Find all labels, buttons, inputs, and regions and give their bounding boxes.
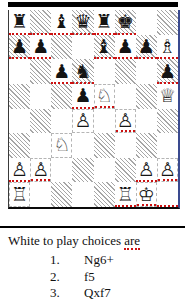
white-queen: ♕ (159, 84, 176, 106)
square-c7[interactable] (51, 35, 72, 60)
choice-1-number: 1. (50, 252, 84, 268)
square-c8[interactable]: ♝ (51, 10, 72, 35)
choice-2-number: 2. (50, 269, 84, 285)
choice-2-move: f5 (84, 269, 95, 284)
board-top-border (8, 2, 178, 7)
square-e8[interactable]: ♜ (94, 10, 115, 35)
choice-3-row: 3.Qxf7 (50, 285, 111, 301)
chess-puzzle-page: ♜♝♛♜♚♟♟♝♟♟♗♟♞♟♟♘♕♙♙♘♙♙♙♙♖♖♔ White to pla… (0, 0, 185, 304)
square-b4[interactable] (30, 109, 51, 134)
square-b5[interactable] (30, 84, 51, 109)
square-g4[interactable] (136, 109, 157, 134)
square-e1[interactable] (94, 182, 115, 207)
white-pawn: ♙ (32, 158, 49, 180)
square-e3[interactable] (94, 133, 115, 158)
square-e7[interactable]: ♝ (94, 35, 115, 60)
square-g6[interactable] (136, 59, 157, 84)
black-queen: ♛ (74, 10, 91, 32)
square-a4[interactable] (9, 109, 30, 134)
square-a6[interactable] (9, 59, 30, 84)
choice-1-move: Ng6+ (84, 252, 114, 267)
square-b3[interactable] (30, 133, 51, 158)
square-f5[interactable] (115, 84, 136, 109)
white-bishop: ♗ (159, 35, 176, 57)
choice-3-number: 3. (50, 285, 84, 301)
white-pawn: ♙ (11, 158, 28, 180)
square-b1[interactable] (30, 182, 51, 207)
square-g3[interactable] (136, 133, 157, 158)
white-pawn: ♙ (138, 158, 155, 180)
white-pawn: ♙ (74, 109, 91, 131)
square-a3[interactable] (9, 133, 30, 158)
square-c4[interactable] (51, 109, 72, 134)
black-bishop: ♝ (53, 10, 70, 32)
black-pawn: ♟ (53, 60, 70, 82)
choice-1-row: 1.Ng6+ (50, 252, 114, 268)
square-h4[interactable] (157, 109, 178, 134)
square-f2[interactable] (115, 158, 136, 183)
square-d8[interactable]: ♛ (72, 10, 93, 35)
square-h5[interactable]: ♕ (157, 84, 178, 109)
square-g2[interactable]: ♙ (136, 158, 157, 183)
square-c6[interactable]: ♟ (51, 59, 72, 84)
square-a7[interactable]: ♟ (9, 35, 30, 60)
square-h3[interactable] (157, 133, 178, 158)
square-d3[interactable] (72, 133, 93, 158)
caption-title: White to play choices are (8, 233, 140, 249)
black-pawn: ♟ (32, 35, 49, 57)
square-g5[interactable] (136, 84, 157, 109)
black-pawn: ♟ (74, 84, 91, 106)
square-a8[interactable]: ♜ (9, 10, 30, 35)
square-c3[interactable]: ♘ (51, 133, 72, 158)
white-rook: ♖ (11, 183, 28, 205)
square-a2[interactable]: ♙ (9, 158, 30, 183)
black-rook: ♜ (96, 10, 113, 32)
black-pawn: ♟ (117, 35, 134, 57)
caption-title-tail: are (124, 233, 140, 250)
caption-divider (0, 226, 185, 228)
white-pawn: ♙ (159, 158, 176, 180)
choice-2-row: 2.f5 (50, 269, 95, 285)
black-knight: ♞ (74, 60, 91, 82)
square-d5[interactable]: ♟ (72, 84, 93, 109)
chess-board: ♜♝♛♜♚♟♟♝♟♟♗♟♞♟♟♘♕♙♙♘♙♙♙♙♖♖♔ (8, 10, 180, 209)
square-d4[interactable]: ♙ (72, 109, 93, 134)
black-pawn: ♟ (138, 35, 155, 57)
black-pawn: ♟ (11, 35, 28, 57)
square-h6[interactable]: ♟ (157, 59, 178, 84)
black-rook: ♜ (11, 10, 28, 32)
square-d1[interactable] (72, 182, 93, 207)
square-h1[interactable] (157, 182, 178, 207)
choice-3-move: Qxf7 (84, 285, 111, 300)
square-h8[interactable] (157, 10, 178, 35)
square-e2[interactable] (94, 158, 115, 183)
square-f7[interactable]: ♟ (115, 35, 136, 60)
black-bishop: ♝ (96, 35, 113, 57)
square-f6[interactable] (115, 59, 136, 84)
square-a5[interactable] (9, 84, 30, 109)
square-e4[interactable] (94, 109, 115, 134)
square-d7[interactable] (72, 35, 93, 60)
square-b7[interactable]: ♟ (30, 35, 51, 60)
square-f8[interactable]: ♚ (115, 10, 136, 35)
square-b2[interactable]: ♙ (30, 158, 51, 183)
square-g7[interactable]: ♟ (136, 35, 157, 60)
caption-title-text: White to play choices (8, 233, 121, 248)
white-knight: ♘ (53, 133, 70, 155)
square-e6[interactable] (94, 59, 115, 84)
square-h2[interactable]: ♙ (157, 158, 178, 183)
square-h7[interactable]: ♗ (157, 35, 178, 60)
white-rook: ♖ (117, 183, 134, 205)
square-c2[interactable] (51, 158, 72, 183)
square-f4[interactable]: ♙ (115, 109, 136, 134)
square-c1[interactable] (51, 182, 72, 207)
square-f3[interactable] (115, 133, 136, 158)
black-pawn: ♟ (159, 60, 176, 82)
white-knight: ♘ (96, 84, 113, 106)
square-g1[interactable]: ♔ (136, 182, 157, 207)
square-e5[interactable]: ♘ (94, 84, 115, 109)
square-a1[interactable]: ♖ (9, 182, 30, 207)
square-b6[interactable] (30, 59, 51, 84)
white-king: ♔ (138, 183, 155, 205)
square-f1[interactable]: ♖ (115, 182, 136, 207)
black-king: ♚ (117, 10, 134, 32)
square-d2[interactable] (72, 158, 93, 183)
white-pawn: ♙ (117, 109, 134, 131)
square-b8[interactable] (30, 10, 51, 35)
square-g8[interactable] (136, 10, 157, 35)
square-c5[interactable] (51, 84, 72, 109)
square-d6[interactable]: ♞ (72, 59, 93, 84)
